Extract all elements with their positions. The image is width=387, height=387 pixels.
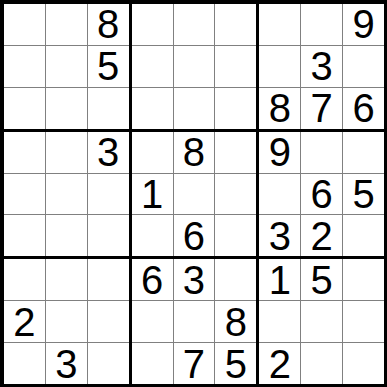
cell-r9c8[interactable] bbox=[301, 343, 342, 384]
cell-r8c5[interactable] bbox=[174, 301, 215, 342]
cell-r9c7[interactable]: 2 bbox=[259, 343, 300, 384]
cell-r3c7[interactable]: 8 bbox=[259, 88, 300, 129]
cell-r2c5[interactable] bbox=[174, 46, 215, 87]
cell-r8c6[interactable]: 8 bbox=[215, 301, 256, 342]
cell-r8c4[interactable] bbox=[132, 301, 173, 342]
cell-r9c6[interactable]: 5 bbox=[215, 343, 256, 384]
cell-r9c1[interactable] bbox=[4, 343, 45, 384]
cell-r3c8[interactable]: 7 bbox=[301, 88, 342, 129]
cell-r1c8[interactable] bbox=[301, 4, 342, 45]
cell-r3c1[interactable] bbox=[4, 88, 45, 129]
cell-r8c9[interactable] bbox=[343, 301, 384, 342]
cell-r4c3[interactable]: 3 bbox=[88, 132, 129, 173]
cell-r7c1[interactable] bbox=[4, 259, 45, 300]
cell-r1c6[interactable] bbox=[215, 4, 256, 45]
cell-r7c9[interactable] bbox=[343, 259, 384, 300]
cell-r3c4[interactable] bbox=[132, 88, 173, 129]
cell-r8c1[interactable]: 2 bbox=[4, 301, 45, 342]
cell-r1c1[interactable] bbox=[4, 4, 45, 45]
cell-r5c6[interactable] bbox=[215, 174, 256, 215]
cell-r6c2[interactable] bbox=[46, 215, 87, 256]
cell-r2c1[interactable] bbox=[4, 46, 45, 87]
cell-r6c1[interactable] bbox=[4, 215, 45, 256]
cell-r2c9[interactable] bbox=[343, 46, 384, 87]
cell-r6c3[interactable] bbox=[88, 215, 129, 256]
sudoku-board: 85938763816965322363875152 bbox=[0, 0, 387, 387]
cell-r5c4[interactable]: 1 bbox=[132, 174, 173, 215]
sudoku-box-5: 816 bbox=[132, 132, 257, 257]
cell-r5c2[interactable] bbox=[46, 174, 87, 215]
sudoku-box-3: 93876 bbox=[259, 4, 384, 129]
cell-r6c8[interactable]: 2 bbox=[301, 215, 342, 256]
cell-r6c4[interactable] bbox=[132, 215, 173, 256]
cell-r1c4[interactable] bbox=[132, 4, 173, 45]
cell-r6c7[interactable]: 3 bbox=[259, 215, 300, 256]
cell-r9c9[interactable] bbox=[343, 343, 384, 384]
cell-r7c8[interactable]: 5 bbox=[301, 259, 342, 300]
cell-r4c9[interactable] bbox=[343, 132, 384, 173]
cell-r5c5[interactable] bbox=[174, 174, 215, 215]
cell-r5c8[interactable]: 6 bbox=[301, 174, 342, 215]
cell-r8c7[interactable] bbox=[259, 301, 300, 342]
cell-r2c3[interactable]: 5 bbox=[88, 46, 129, 87]
cell-r1c9[interactable]: 9 bbox=[343, 4, 384, 45]
cell-r9c5[interactable]: 7 bbox=[174, 343, 215, 384]
cell-r7c5[interactable]: 3 bbox=[174, 259, 215, 300]
sudoku-box-2 bbox=[132, 4, 257, 129]
cell-r8c8[interactable] bbox=[301, 301, 342, 342]
cell-r7c3[interactable] bbox=[88, 259, 129, 300]
cell-r6c6[interactable] bbox=[215, 215, 256, 256]
cell-r9c2[interactable]: 3 bbox=[46, 343, 87, 384]
cell-r7c4[interactable]: 6 bbox=[132, 259, 173, 300]
cell-r6c5[interactable]: 6 bbox=[174, 215, 215, 256]
cell-r5c3[interactable] bbox=[88, 174, 129, 215]
cell-r7c6[interactable] bbox=[215, 259, 256, 300]
cell-r4c1[interactable] bbox=[4, 132, 45, 173]
cell-r4c5[interactable]: 8 bbox=[174, 132, 215, 173]
cell-r3c6[interactable] bbox=[215, 88, 256, 129]
cell-r4c6[interactable] bbox=[215, 132, 256, 173]
cell-r1c5[interactable] bbox=[174, 4, 215, 45]
cell-r8c2[interactable] bbox=[46, 301, 87, 342]
cell-r9c4[interactable] bbox=[132, 343, 173, 384]
sudoku-box-9: 152 bbox=[259, 259, 384, 384]
sudoku-box-7: 23 bbox=[4, 259, 129, 384]
cell-r4c2[interactable] bbox=[46, 132, 87, 173]
cell-r7c7[interactable]: 1 bbox=[259, 259, 300, 300]
cell-r3c5[interactable] bbox=[174, 88, 215, 129]
sudoku-box-1: 85 bbox=[4, 4, 129, 129]
sudoku-box-4: 3 bbox=[4, 132, 129, 257]
cell-r1c2[interactable] bbox=[46, 4, 87, 45]
cell-r2c2[interactable] bbox=[46, 46, 87, 87]
cell-r7c2[interactable] bbox=[46, 259, 87, 300]
cell-r5c1[interactable] bbox=[4, 174, 45, 215]
cell-r4c8[interactable] bbox=[301, 132, 342, 173]
cell-r3c2[interactable] bbox=[46, 88, 87, 129]
cell-r4c4[interactable] bbox=[132, 132, 173, 173]
sudoku-box-6: 96532 bbox=[259, 132, 384, 257]
cell-r2c7[interactable] bbox=[259, 46, 300, 87]
cell-r3c9[interactable]: 6 bbox=[343, 88, 384, 129]
cell-r2c8[interactable]: 3 bbox=[301, 46, 342, 87]
cell-r6c9[interactable] bbox=[343, 215, 384, 256]
cell-r1c3[interactable]: 8 bbox=[88, 4, 129, 45]
cell-r5c7[interactable] bbox=[259, 174, 300, 215]
cell-r9c3[interactable] bbox=[88, 343, 129, 384]
cell-r2c4[interactable] bbox=[132, 46, 173, 87]
sudoku-box-8: 63875 bbox=[132, 259, 257, 384]
cell-r3c3[interactable] bbox=[88, 88, 129, 129]
cell-r8c3[interactable] bbox=[88, 301, 129, 342]
cell-r4c7[interactable]: 9 bbox=[259, 132, 300, 173]
cell-r2c6[interactable] bbox=[215, 46, 256, 87]
cell-r5c9[interactable]: 5 bbox=[343, 174, 384, 215]
cell-r1c7[interactable] bbox=[259, 4, 300, 45]
